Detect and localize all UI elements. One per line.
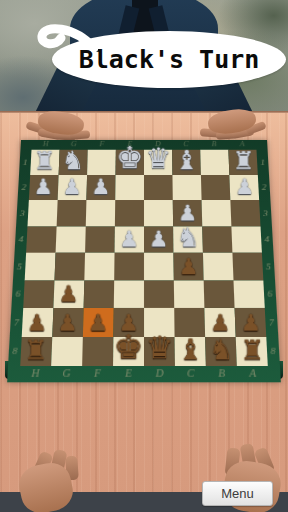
menu-button[interactable]: Menu — [202, 481, 273, 506]
coord-label: D — [144, 367, 175, 381]
chess-app-screen: HGFEDCBA HGFEDCBA 12345678 12345678 ♜♞♚♛… — [0, 0, 288, 512]
coord-label: A — [237, 367, 269, 381]
square-e3[interactable] — [115, 200, 144, 226]
square-b5[interactable] — [203, 253, 234, 280]
square-e4[interactable]: ♟ — [115, 226, 144, 253]
opponent-right-hand — [192, 108, 268, 144]
square-e5[interactable] — [114, 253, 144, 280]
piece-black-h7[interactable]: ♟ — [22, 312, 53, 335]
square-b1[interactable] — [200, 150, 229, 175]
board-grid: ♜♞♚♛♝♜♟♟♟♟♟♟♟♞♟♟♟♟♟♟♟♟♜♚♛♝♞♜ — [20, 150, 268, 366]
square-h8[interactable]: ♜ — [20, 337, 52, 366]
piece-black-g6[interactable]: ♟ — [54, 283, 84, 306]
square-e8[interactable]: ♚ — [113, 337, 144, 366]
square-g2[interactable]: ♟ — [58, 175, 87, 200]
piece-white-e4[interactable]: ♟ — [115, 229, 144, 251]
chess-board: HGFEDCBA HGFEDCBA 12345678 12345678 ♜♞♚♛… — [21, 140, 267, 386]
square-g5[interactable] — [55, 253, 86, 280]
piece-black-a8[interactable]: ♜ — [237, 337, 268, 364]
square-a3[interactable] — [230, 200, 260, 226]
piece-black-e8[interactable]: ♚ — [113, 331, 144, 364]
piece-white-h2[interactable]: ♟ — [29, 177, 58, 199]
piece-black-d8[interactable]: ♛ — [144, 333, 175, 364]
coord-label: 3 — [259, 200, 272, 226]
square-f7[interactable]: ♟ — [83, 308, 114, 337]
piece-black-g7[interactable]: ♟ — [52, 312, 83, 335]
square-f5[interactable] — [84, 253, 114, 280]
square-f2[interactable]: ♟ — [86, 175, 115, 200]
coord-label: E — [113, 367, 144, 381]
square-b4[interactable] — [202, 226, 232, 253]
square-f4[interactable] — [85, 226, 115, 253]
square-e1[interactable]: ♚ — [116, 150, 144, 175]
square-f8[interactable] — [82, 337, 113, 366]
piece-black-c8[interactable]: ♝ — [175, 335, 206, 364]
square-d8[interactable]: ♛ — [144, 337, 175, 366]
square-b8[interactable]: ♞ — [205, 337, 237, 366]
piece-white-d1[interactable]: ♛ — [144, 144, 172, 172]
square-g8[interactable] — [51, 337, 83, 366]
square-f3[interactable] — [86, 200, 115, 226]
piece-black-b7[interactable]: ♟ — [205, 312, 236, 335]
square-b2[interactable] — [201, 175, 230, 200]
piece-black-h8[interactable]: ♜ — [20, 337, 51, 364]
square-b7[interactable]: ♟ — [204, 308, 235, 337]
square-g3[interactable] — [57, 200, 87, 226]
square-c8[interactable]: ♝ — [175, 337, 206, 366]
coord-label: G — [51, 367, 83, 381]
square-c6[interactable] — [174, 280, 205, 308]
square-b3[interactable] — [202, 200, 232, 226]
square-h3[interactable] — [28, 200, 58, 226]
square-h6[interactable] — [23, 280, 54, 308]
square-d3[interactable] — [144, 200, 173, 226]
coord-label: 2 — [258, 175, 271, 200]
square-b6[interactable] — [204, 280, 235, 308]
coord-label: B — [206, 367, 238, 381]
coord-label: 7 — [265, 308, 279, 337]
piece-white-d4[interactable]: ♟ — [144, 229, 173, 251]
coord-label: 1 — [257, 150, 269, 175]
square-a7[interactable]: ♟ — [235, 308, 267, 337]
square-a2[interactable]: ♟ — [229, 175, 259, 200]
coord-label: 4 — [260, 226, 273, 253]
square-g7[interactable]: ♟ — [52, 308, 83, 337]
square-d2[interactable] — [144, 175, 173, 200]
square-e2[interactable] — [115, 175, 144, 200]
square-h2[interactable]: ♟ — [29, 175, 59, 200]
square-d6[interactable] — [144, 280, 174, 308]
square-d1[interactable]: ♛ — [144, 150, 172, 175]
square-h4[interactable] — [26, 226, 57, 253]
square-d5[interactable] — [144, 253, 174, 280]
piece-white-h1[interactable]: ♜ — [30, 148, 58, 172]
square-g4[interactable] — [56, 226, 86, 253]
square-a4[interactable] — [231, 226, 262, 253]
coord-label: C — [175, 367, 206, 381]
coord-label: B — [200, 140, 228, 149]
piece-black-a7[interactable]: ♟ — [236, 312, 267, 335]
piece-white-f2[interactable]: ♟ — [86, 177, 115, 199]
piece-white-e1[interactable]: ♚ — [116, 142, 144, 172]
coord-label: 6 — [263, 280, 276, 308]
speech-bubble-tail — [28, 20, 98, 54]
piece-white-a1[interactable]: ♜ — [229, 148, 257, 172]
file-labels-near: HGFEDCBA — [19, 367, 268, 381]
coord-label: 5 — [262, 253, 275, 280]
board-green-frame: HGFEDCBA HGFEDCBA 12345678 12345678 ♜♞♚♛… — [7, 140, 281, 382]
square-a6[interactable] — [233, 280, 264, 308]
square-c1[interactable]: ♝ — [172, 150, 201, 175]
square-a8[interactable]: ♜ — [236, 337, 268, 366]
square-h1[interactable]: ♜ — [30, 150, 59, 175]
piece-white-c3[interactable]: ♟ — [173, 202, 202, 224]
piece-black-b8[interactable]: ♞ — [206, 336, 237, 364]
piece-white-c1[interactable]: ♝ — [172, 146, 200, 172]
square-f1[interactable] — [87, 150, 116, 175]
square-f6[interactable] — [84, 280, 115, 308]
square-h7[interactable]: ♟ — [22, 308, 54, 337]
coord-label: H — [19, 367, 51, 381]
piece-white-c4[interactable]: ♞ — [173, 224, 202, 250]
square-a1[interactable]: ♜ — [228, 150, 257, 175]
coord-label: F — [82, 367, 113, 381]
piece-black-f7[interactable]: ♟ — [83, 312, 114, 335]
coord-label: 8 — [266, 337, 280, 366]
square-h5[interactable] — [25, 253, 56, 280]
player-left-hand — [10, 446, 86, 512]
square-g6[interactable]: ♟ — [53, 280, 84, 308]
square-c4[interactable]: ♞ — [173, 226, 203, 253]
piece-white-g2[interactable]: ♟ — [58, 177, 87, 199]
piece-black-c5[interactable]: ♟ — [174, 256, 204, 278]
piece-white-g1[interactable]: ♞ — [59, 147, 87, 172]
opponent-left-hand — [24, 110, 96, 144]
square-d4[interactable]: ♟ — [144, 226, 173, 253]
square-g1[interactable]: ♞ — [59, 150, 88, 175]
square-a5[interactable] — [232, 253, 263, 280]
square-e6[interactable] — [114, 280, 144, 308]
square-c2[interactable] — [172, 175, 201, 200]
coord-label: F — [88, 140, 116, 149]
piece-white-a2[interactable]: ♟ — [230, 177, 259, 199]
square-c5[interactable]: ♟ — [173, 253, 203, 280]
